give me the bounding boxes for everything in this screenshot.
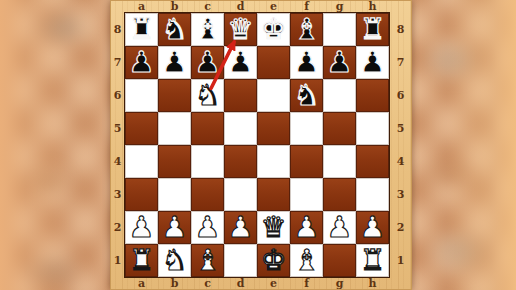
rank-label-7: 7 (389, 46, 412, 79)
file-label-d: d (224, 277, 257, 290)
rank-label-3: 3 (389, 178, 412, 211)
square-c2[interactable]: ♟ (191, 211, 224, 244)
white-rook-a1[interactable]: ♜ (125, 244, 158, 277)
square-b1[interactable]: ♞ (158, 244, 191, 277)
file-label-h: h (356, 277, 389, 290)
square-f5[interactable] (290, 112, 323, 145)
black-knight-f6[interactable]: ♞ (290, 79, 323, 112)
file-label-f: f (290, 277, 323, 290)
rank-label-5: 5 (110, 112, 125, 145)
black-queen-d8[interactable]: ♛ (224, 13, 257, 46)
square-g6[interactable] (323, 79, 356, 112)
black-pawn-a7[interactable]: ♟ (125, 46, 158, 79)
rank-label-8: 8 (389, 13, 412, 46)
square-d6[interactable] (224, 79, 257, 112)
square-f6[interactable]: ♞ (290, 79, 323, 112)
square-h1[interactable]: ♜ (356, 244, 389, 277)
square-b2[interactable]: ♟ (158, 211, 191, 244)
square-d8[interactable]: ♛ (224, 13, 257, 46)
chess-thumbnail-scene: abcdefgh abcdefgh 87654321 87654321 ♜♞♝♛… (0, 0, 516, 290)
square-f4[interactable] (290, 145, 323, 178)
square-h4[interactable] (356, 145, 389, 178)
square-c5[interactable] (191, 112, 224, 145)
square-a4[interactable] (125, 145, 158, 178)
square-c3[interactable] (191, 178, 224, 211)
square-h2[interactable]: ♟ (356, 211, 389, 244)
square-a6[interactable] (125, 79, 158, 112)
square-g1[interactable] (323, 244, 356, 277)
square-d4[interactable] (224, 145, 257, 178)
white-pawn-f2[interactable]: ♟ (290, 211, 323, 244)
rank-label-6: 6 (110, 79, 125, 112)
black-bishop-f8[interactable]: ♝ (290, 13, 323, 46)
square-a8[interactable]: ♜ (125, 13, 158, 46)
square-b4[interactable] (158, 145, 191, 178)
chess-board: ♜♞♝♛♚♝♜♟♟♟♟♟♟♟♞♞♟♟♟♟♛♟♟♟♜♞♝♚♝♜ (125, 13, 389, 277)
square-c1[interactable]: ♝ (191, 244, 224, 277)
square-c7[interactable]: ♟ (191, 46, 224, 79)
square-h8[interactable]: ♜ (356, 13, 389, 46)
square-b3[interactable] (158, 178, 191, 211)
rank-label-5: 5 (389, 112, 412, 145)
square-h6[interactable] (356, 79, 389, 112)
square-f3[interactable] (290, 178, 323, 211)
square-c6[interactable]: ♞ (191, 79, 224, 112)
chess-board-frame: abcdefgh abcdefgh 87654321 87654321 ♜♞♝♛… (110, 0, 412, 290)
square-a1[interactable]: ♜ (125, 244, 158, 277)
square-g7[interactable]: ♟ (323, 46, 356, 79)
square-b7[interactable]: ♟ (158, 46, 191, 79)
white-bishop-f1[interactable]: ♝ (290, 244, 323, 277)
file-label-c: c (191, 277, 224, 290)
square-e3[interactable] (257, 178, 290, 211)
rank-labels-left: 87654321 (110, 13, 125, 277)
rank-label-1: 1 (389, 244, 412, 277)
file-label-a: a (125, 277, 158, 290)
black-pawn-f7[interactable]: ♟ (290, 46, 323, 79)
white-pawn-a2[interactable]: ♟ (125, 211, 158, 244)
white-knight-c6[interactable]: ♞ (191, 79, 224, 112)
file-label-b: b (158, 277, 191, 290)
file-label-e: e (257, 277, 290, 290)
square-d7[interactable]: ♟ (224, 46, 257, 79)
square-g5[interactable] (323, 112, 356, 145)
white-knight-b1[interactable]: ♞ (158, 244, 191, 277)
square-d1[interactable] (224, 244, 257, 277)
square-a7[interactable]: ♟ (125, 46, 158, 79)
square-b8[interactable]: ♞ (158, 13, 191, 46)
black-bishop-c8[interactable]: ♝ (191, 13, 224, 46)
square-g4[interactable] (323, 145, 356, 178)
square-e2[interactable]: ♛ (257, 211, 290, 244)
square-g2[interactable]: ♟ (323, 211, 356, 244)
black-pawn-b7[interactable]: ♟ (158, 46, 191, 79)
white-pawn-d2[interactable]: ♟ (224, 211, 257, 244)
rank-label-4: 4 (389, 145, 412, 178)
square-f8[interactable]: ♝ (290, 13, 323, 46)
square-g8[interactable] (323, 13, 356, 46)
file-label-g: g (323, 0, 356, 13)
square-c4[interactable] (191, 145, 224, 178)
square-b5[interactable] (158, 112, 191, 145)
file-labels-bottom: abcdefgh (125, 277, 389, 290)
rank-label-6: 6 (389, 79, 412, 112)
square-f7[interactable]: ♟ (290, 46, 323, 79)
square-e1[interactable]: ♚ (257, 244, 290, 277)
square-e5[interactable] (257, 112, 290, 145)
black-knight-b8[interactable]: ♞ (158, 13, 191, 46)
black-king-e8[interactable]: ♚ (257, 13, 290, 46)
rank-label-8: 8 (110, 13, 125, 46)
rank-label-2: 2 (389, 211, 412, 244)
square-f2[interactable]: ♟ (290, 211, 323, 244)
file-label-g: g (323, 277, 356, 290)
square-a2[interactable]: ♟ (125, 211, 158, 244)
rank-label-1: 1 (110, 244, 125, 277)
square-g3[interactable] (323, 178, 356, 211)
black-rook-a8[interactable]: ♜ (125, 13, 158, 46)
rank-labels-right: 87654321 (389, 13, 412, 277)
rank-label-4: 4 (110, 145, 125, 178)
square-h5[interactable] (356, 112, 389, 145)
square-f1[interactable]: ♝ (290, 244, 323, 277)
square-b6[interactable] (158, 79, 191, 112)
black-pawn-h7[interactable]: ♟ (356, 46, 389, 79)
square-a5[interactable] (125, 112, 158, 145)
square-d3[interactable] (224, 178, 257, 211)
black-pawn-d7[interactable]: ♟ (224, 46, 257, 79)
square-h3[interactable] (356, 178, 389, 211)
square-c8[interactable]: ♝ (191, 13, 224, 46)
square-d2[interactable]: ♟ (224, 211, 257, 244)
square-e6[interactable] (257, 79, 290, 112)
white-king-e1[interactable]: ♚ (257, 244, 290, 277)
square-a3[interactable] (125, 178, 158, 211)
black-rook-h8[interactable]: ♜ (356, 13, 389, 46)
square-d5[interactable] (224, 112, 257, 145)
rank-label-3: 3 (110, 178, 125, 211)
white-queen-e2[interactable]: ♛ (257, 211, 290, 244)
white-pawn-g2[interactable]: ♟ (323, 211, 356, 244)
rank-label-7: 7 (110, 46, 125, 79)
square-e7[interactable] (257, 46, 290, 79)
black-pawn-c7[interactable]: ♟ (191, 46, 224, 79)
black-pawn-g7[interactable]: ♟ (323, 46, 356, 79)
rank-label-2: 2 (110, 211, 125, 244)
white-pawn-c2[interactable]: ♟ (191, 211, 224, 244)
white-bishop-c1[interactable]: ♝ (191, 244, 224, 277)
white-pawn-b2[interactable]: ♟ (158, 211, 191, 244)
square-e8[interactable]: ♚ (257, 13, 290, 46)
square-e4[interactable] (257, 145, 290, 178)
white-pawn-h2[interactable]: ♟ (356, 211, 389, 244)
square-h7[interactable]: ♟ (356, 46, 389, 79)
white-rook-h1[interactable]: ♜ (356, 244, 389, 277)
